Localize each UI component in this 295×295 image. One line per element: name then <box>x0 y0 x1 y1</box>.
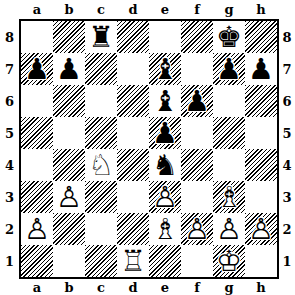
square-g8[interactable]: ♚ <box>213 21 245 53</box>
file-label-bottom-h: h <box>245 279 277 295</box>
square-e1[interactable] <box>149 245 181 277</box>
white-pawn: ♙ <box>181 213 213 245</box>
square-e3[interactable]: ♟♙ <box>149 181 181 213</box>
white-knight-fill: ♞ <box>85 149 117 181</box>
white-pawn: ♙ <box>149 181 181 213</box>
rank-label-right-2: 2 <box>279 213 295 245</box>
square-g4[interactable] <box>213 149 245 181</box>
square-d5[interactable] <box>117 117 149 149</box>
square-e5[interactable]: ♟ <box>149 117 181 149</box>
black-pawn: ♟ <box>53 53 85 85</box>
white-pawn-fill: ♟ <box>181 213 213 245</box>
rank-label-left-8: 8 <box>0 21 19 53</box>
white-bishop: ♗ <box>149 213 181 245</box>
square-a6[interactable] <box>21 85 53 117</box>
square-a2[interactable]: ♟♙ <box>21 213 53 245</box>
chess-diagram: abcdefgh 87654321 ♜♚♟♟♝♟♟♝♟♟♞♘♞♟♙♟♙♝♗♟♙♝… <box>0 0 295 295</box>
square-f3[interactable] <box>181 181 213 213</box>
file-label-top-g: g <box>213 0 245 19</box>
square-g2[interactable]: ♟♙ <box>213 213 245 245</box>
square-h3[interactable] <box>245 181 277 213</box>
white-pawn: ♙ <box>245 213 277 245</box>
white-pawn-fill: ♟ <box>53 181 85 213</box>
black-pawn: ♟ <box>181 85 213 117</box>
black-king: ♚ <box>213 21 245 53</box>
white-rook-fill: ♜ <box>117 245 149 277</box>
white-king-fill: ♚ <box>213 245 245 277</box>
file-label-top-d: d <box>117 0 149 19</box>
square-b8[interactable] <box>53 21 85 53</box>
square-f1[interactable] <box>181 245 213 277</box>
square-c1[interactable] <box>85 245 117 277</box>
square-f8[interactable] <box>181 21 213 53</box>
square-d1[interactable]: ♜♖ <box>117 245 149 277</box>
file-label-top-h: h <box>245 0 277 19</box>
square-c3[interactable] <box>85 181 117 213</box>
square-f2[interactable]: ♟♙ <box>181 213 213 245</box>
rank-label-right-1: 1 <box>279 245 295 277</box>
square-a4[interactable] <box>21 149 53 181</box>
black-pawn: ♟ <box>21 53 53 85</box>
white-rook: ♖ <box>117 245 149 277</box>
rank-label-left-6: 6 <box>0 85 19 117</box>
square-h6[interactable] <box>245 85 277 117</box>
white-knight: ♘ <box>85 149 117 181</box>
file-labels-bottom: abcdefgh <box>21 279 277 295</box>
square-b5[interactable] <box>53 117 85 149</box>
file-label-top-b: b <box>53 0 85 19</box>
rank-label-left-5: 5 <box>0 117 19 149</box>
square-b2[interactable] <box>53 213 85 245</box>
rank-labels-right: 87654321 <box>279 21 295 277</box>
rank-label-left-4: 4 <box>0 149 19 181</box>
rank-label-right-8: 8 <box>279 21 295 53</box>
white-bishop: ♗ <box>213 181 245 213</box>
square-e4[interactable]: ♞ <box>149 149 181 181</box>
square-d4[interactable] <box>117 149 149 181</box>
square-d7[interactable] <box>117 53 149 85</box>
file-label-bottom-e: e <box>149 279 181 295</box>
square-f5[interactable] <box>181 117 213 149</box>
rank-label-right-3: 3 <box>279 181 295 213</box>
square-d2[interactable] <box>117 213 149 245</box>
square-c2[interactable] <box>85 213 117 245</box>
square-c8[interactable]: ♜ <box>85 21 117 53</box>
square-e2[interactable]: ♝♗ <box>149 213 181 245</box>
white-pawn: ♙ <box>53 181 85 213</box>
square-f7[interactable] <box>181 53 213 85</box>
square-h2[interactable]: ♟♙ <box>245 213 277 245</box>
square-d6[interactable] <box>117 85 149 117</box>
white-king: ♔ <box>213 245 245 277</box>
square-a1[interactable] <box>21 245 53 277</box>
square-h4[interactable] <box>245 149 277 181</box>
square-a7[interactable]: ♟ <box>21 53 53 85</box>
square-g1[interactable]: ♚♔ <box>213 245 245 277</box>
square-h7[interactable]: ♟ <box>245 53 277 85</box>
square-e6[interactable]: ♝ <box>149 85 181 117</box>
square-b7[interactable]: ♟ <box>53 53 85 85</box>
white-pawn-fill: ♟ <box>149 181 181 213</box>
rank-labels-left: 87654321 <box>0 21 19 277</box>
file-label-bottom-a: a <box>21 279 53 295</box>
square-c4[interactable]: ♞♘ <box>85 149 117 181</box>
square-b4[interactable] <box>53 149 85 181</box>
rank-label-right-4: 4 <box>279 149 295 181</box>
square-b6[interactable] <box>53 85 85 117</box>
rank-label-left-2: 2 <box>0 213 19 245</box>
white-bishop-fill: ♝ <box>149 213 181 245</box>
black-rook: ♜ <box>85 21 117 53</box>
square-g6[interactable] <box>213 85 245 117</box>
rank-label-left-1: 1 <box>0 245 19 277</box>
square-a5[interactable] <box>21 117 53 149</box>
file-label-top-f: f <box>181 0 213 19</box>
rank-label-right-7: 7 <box>279 53 295 85</box>
square-f4[interactable] <box>181 149 213 181</box>
white-pawn-fill: ♟ <box>21 213 53 245</box>
black-bishop: ♝ <box>149 85 181 117</box>
square-d8[interactable] <box>117 21 149 53</box>
file-label-bottom-b: b <box>53 279 85 295</box>
white-pawn-fill: ♟ <box>245 213 277 245</box>
square-a3[interactable] <box>21 181 53 213</box>
black-pawn: ♟ <box>149 117 181 149</box>
file-label-top-a: a <box>21 0 53 19</box>
square-g7[interactable]: ♟ <box>213 53 245 85</box>
rank-label-right-6: 6 <box>279 85 295 117</box>
square-d3[interactable] <box>117 181 149 213</box>
white-bishop-fill: ♝ <box>213 181 245 213</box>
black-bishop: ♝ <box>149 53 181 85</box>
rank-label-left-7: 7 <box>0 53 19 85</box>
chess-board: ♜♚♟♟♝♟♟♝♟♟♞♘♞♟♙♟♙♝♗♟♙♝♗♟♙♟♙♟♙♜♖♚♔ <box>19 19 279 279</box>
square-c6[interactable] <box>85 85 117 117</box>
square-a8[interactable] <box>21 21 53 53</box>
rank-label-right-5: 5 <box>279 117 295 149</box>
white-pawn-fill: ♟ <box>213 213 245 245</box>
white-pawn: ♙ <box>213 213 245 245</box>
file-label-top-e: e <box>149 0 181 19</box>
square-h1[interactable] <box>245 245 277 277</box>
square-g5[interactable] <box>213 117 245 149</box>
white-pawn: ♙ <box>21 213 53 245</box>
file-label-top-c: c <box>85 0 117 19</box>
square-b1[interactable] <box>53 245 85 277</box>
square-h5[interactable] <box>245 117 277 149</box>
square-e8[interactable] <box>149 21 181 53</box>
file-label-bottom-f: f <box>181 279 213 295</box>
file-label-bottom-d: d <box>117 279 149 295</box>
square-f6[interactable]: ♟ <box>181 85 213 117</box>
square-c7[interactable] <box>85 53 117 85</box>
square-c5[interactable] <box>85 117 117 149</box>
file-labels-top: abcdefgh <box>21 0 277 19</box>
black-pawn: ♟ <box>245 53 277 85</box>
file-label-bottom-c: c <box>85 279 117 295</box>
square-e7[interactable]: ♝ <box>149 53 181 85</box>
file-label-bottom-g: g <box>213 279 245 295</box>
rank-label-left-3: 3 <box>0 181 19 213</box>
square-h8[interactable] <box>245 21 277 53</box>
square-b3[interactable]: ♟♙ <box>53 181 85 213</box>
black-pawn: ♟ <box>213 53 245 85</box>
black-knight: ♞ <box>149 149 181 181</box>
square-g3[interactable]: ♝♗ <box>213 181 245 213</box>
